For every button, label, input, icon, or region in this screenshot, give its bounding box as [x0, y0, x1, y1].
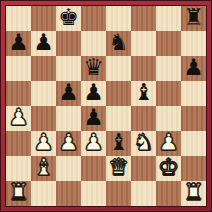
black-pawn-on-c5: ♟ — [58, 81, 79, 105]
square-c7[interactable] — [56, 31, 81, 56]
square-f6[interactable] — [131, 56, 156, 81]
square-d6[interactable]: ♛ — [81, 56, 106, 81]
square-e4[interactable] — [106, 106, 131, 131]
square-d7[interactable] — [81, 31, 106, 56]
black-pawn-on-d5: ♟ — [83, 81, 104, 105]
square-g6[interactable] — [156, 56, 181, 81]
white-knight-on-f3: ♞ — [133, 131, 154, 155]
black-bishop-on-f5: ♝ — [133, 81, 154, 105]
square-a3[interactable] — [6, 131, 31, 156]
square-d4[interactable]: ♟ — [81, 106, 106, 131]
white-pawn-on-a4: ♟ — [8, 106, 29, 130]
square-f2[interactable] — [131, 156, 156, 181]
square-e2[interactable]: ♛ — [106, 156, 131, 181]
square-h1[interactable]: ♜ — [181, 181, 206, 206]
chess-board: ♚♜♟♟♞♛♟♟♟♝♟♟♟♟♟♝♞♟♝♛♚♜♜ — [6, 6, 206, 206]
white-pawn-on-b3: ♟ — [33, 131, 54, 155]
square-a2[interactable] — [6, 156, 31, 181]
square-f5[interactable]: ♝ — [131, 81, 156, 106]
square-b8[interactable] — [31, 6, 56, 31]
square-g2[interactable]: ♚ — [156, 156, 181, 181]
black-pawn-on-b7: ♟ — [33, 31, 54, 55]
black-bishop-on-e3: ♝ — [108, 131, 129, 155]
square-c4[interactable] — [56, 106, 81, 131]
square-h4[interactable] — [181, 106, 206, 131]
square-h6[interactable]: ♟ — [181, 56, 206, 81]
square-a6[interactable] — [6, 56, 31, 81]
square-g3[interactable]: ♟ — [156, 131, 181, 156]
square-c3[interactable]: ♟ — [56, 131, 81, 156]
square-f7[interactable] — [131, 31, 156, 56]
white-bishop-on-b2: ♝ — [33, 156, 54, 180]
square-g7[interactable] — [156, 31, 181, 56]
square-e3[interactable]: ♝ — [106, 131, 131, 156]
square-a7[interactable]: ♟ — [6, 31, 31, 56]
square-g4[interactable] — [156, 106, 181, 131]
square-f1[interactable] — [131, 181, 156, 206]
square-e7[interactable]: ♞ — [106, 31, 131, 56]
white-pawn-on-g3: ♟ — [158, 131, 179, 155]
square-e6[interactable] — [106, 56, 131, 81]
black-rook-on-h8: ♜ — [183, 6, 204, 30]
black-queen-on-d6: ♛ — [83, 56, 104, 80]
black-king-on-c8: ♚ — [58, 6, 79, 30]
white-rook-on-h1: ♜ — [183, 181, 204, 205]
square-b6[interactable] — [31, 56, 56, 81]
square-b5[interactable] — [31, 81, 56, 106]
square-h2[interactable] — [181, 156, 206, 181]
square-a1[interactable]: ♜ — [6, 181, 31, 206]
square-d1[interactable] — [81, 181, 106, 206]
square-c8[interactable]: ♚ — [56, 6, 81, 31]
square-g8[interactable] — [156, 6, 181, 31]
square-c5[interactable]: ♟ — [56, 81, 81, 106]
square-a4[interactable]: ♟ — [6, 106, 31, 131]
white-pawn-on-c3: ♟ — [58, 131, 79, 155]
white-king-on-g2: ♚ — [158, 156, 179, 180]
square-a8[interactable] — [6, 6, 31, 31]
square-b7[interactable]: ♟ — [31, 31, 56, 56]
square-h3[interactable] — [181, 131, 206, 156]
square-e8[interactable] — [106, 6, 131, 31]
square-b2[interactable]: ♝ — [31, 156, 56, 181]
square-b3[interactable]: ♟ — [31, 131, 56, 156]
white-pawn-on-d3: ♟ — [83, 131, 104, 155]
square-h8[interactable]: ♜ — [181, 6, 206, 31]
square-b1[interactable] — [31, 181, 56, 206]
square-f4[interactable] — [131, 106, 156, 131]
black-pawn-on-h6: ♟ — [183, 56, 204, 80]
square-d8[interactable] — [81, 6, 106, 31]
square-h7[interactable] — [181, 31, 206, 56]
square-d5[interactable]: ♟ — [81, 81, 106, 106]
square-c1[interactable] — [56, 181, 81, 206]
black-pawn-on-a7: ♟ — [8, 31, 29, 55]
square-b4[interactable] — [31, 106, 56, 131]
chess-board-frame: ♚♜♟♟♞♛♟♟♟♝♟♟♟♟♟♝♞♟♝♛♚♜♜ — [0, 0, 212, 212]
black-knight-on-e7: ♞ — [108, 31, 129, 55]
square-d2[interactable] — [81, 156, 106, 181]
square-g5[interactable] — [156, 81, 181, 106]
square-e1[interactable] — [106, 181, 131, 206]
square-c2[interactable] — [56, 156, 81, 181]
square-f8[interactable] — [131, 6, 156, 31]
square-f3[interactable]: ♞ — [131, 131, 156, 156]
square-g1[interactable] — [156, 181, 181, 206]
square-c6[interactable] — [56, 56, 81, 81]
square-a5[interactable] — [6, 81, 31, 106]
square-d3[interactable]: ♟ — [81, 131, 106, 156]
black-pawn-on-d4: ♟ — [83, 106, 104, 130]
square-e5[interactable] — [106, 81, 131, 106]
white-rook-on-a1: ♜ — [8, 181, 29, 205]
square-h5[interactable] — [181, 81, 206, 106]
white-queen-on-e2: ♛ — [108, 156, 129, 180]
